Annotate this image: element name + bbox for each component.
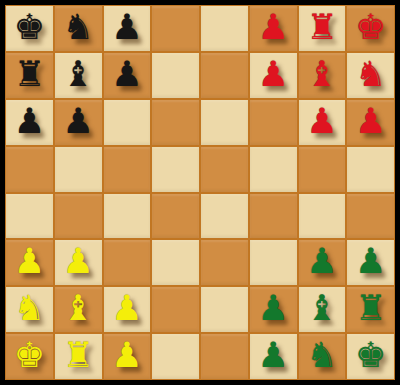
square-g3[interactable]: ♟ — [298, 239, 347, 286]
square-a7[interactable]: ♜ — [5, 52, 54, 99]
square-e2[interactable] — [200, 286, 249, 333]
square-b2[interactable]: ♝ — [54, 286, 103, 333]
yellow-pawn[interactable]: ♟ — [111, 338, 142, 373]
square-b4[interactable] — [54, 193, 103, 240]
board-frame: ♚♞♟♟♜♚♜♝♟♟♝♞♟♟♟♟♟♟♟♟♞♝♟♟♝♜♚♜♟♟♞♚ — [0, 0, 400, 385]
square-e5[interactable] — [200, 146, 249, 193]
square-c4[interactable] — [103, 193, 152, 240]
square-c2[interactable]: ♟ — [103, 286, 152, 333]
square-g6[interactable]: ♟ — [298, 99, 347, 146]
square-d3[interactable] — [151, 239, 200, 286]
square-g2[interactable]: ♝ — [298, 286, 347, 333]
square-e1[interactable] — [200, 333, 249, 380]
square-c8[interactable]: ♟ — [103, 5, 152, 52]
square-e6[interactable] — [200, 99, 249, 146]
square-d2[interactable] — [151, 286, 200, 333]
board: ♚♞♟♟♜♚♜♝♟♟♝♞♟♟♟♟♟♟♟♟♞♝♟♟♝♜♚♜♟♟♞♚ — [5, 5, 395, 380]
black-bishop[interactable]: ♝ — [62, 57, 93, 92]
square-c3[interactable] — [103, 239, 152, 286]
square-g1[interactable]: ♞ — [298, 333, 347, 380]
square-h3[interactable]: ♟ — [346, 239, 395, 286]
red-rook[interactable]: ♜ — [306, 10, 337, 45]
square-a8[interactable]: ♚ — [5, 5, 54, 52]
green-knight[interactable]: ♞ — [306, 338, 337, 373]
red-pawn[interactable]: ♟ — [306, 104, 337, 139]
square-f6[interactable] — [249, 99, 298, 146]
square-c1[interactable]: ♟ — [103, 333, 152, 380]
square-b1[interactable]: ♜ — [54, 333, 103, 380]
green-pawn[interactable]: ♟ — [257, 291, 288, 326]
black-pawn[interactable]: ♟ — [111, 10, 142, 45]
green-pawn[interactable]: ♟ — [306, 244, 337, 279]
green-bishop[interactable]: ♝ — [306, 291, 337, 326]
green-rook[interactable]: ♜ — [355, 291, 386, 326]
yellow-pawn[interactable]: ♟ — [62, 244, 93, 279]
square-f5[interactable] — [249, 146, 298, 193]
square-f8[interactable]: ♟ — [249, 5, 298, 52]
square-g5[interactable] — [298, 146, 347, 193]
red-pawn[interactable]: ♟ — [257, 10, 288, 45]
yellow-rook[interactable]: ♜ — [62, 338, 93, 373]
square-b5[interactable] — [54, 146, 103, 193]
black-pawn[interactable]: ♟ — [14, 104, 45, 139]
red-pawn[interactable]: ♟ — [257, 57, 288, 92]
square-f3[interactable] — [249, 239, 298, 286]
square-a3[interactable]: ♟ — [5, 239, 54, 286]
square-e3[interactable] — [200, 239, 249, 286]
red-bishop[interactable]: ♝ — [306, 57, 337, 92]
square-g8[interactable]: ♜ — [298, 5, 347, 52]
square-a1[interactable]: ♚ — [5, 333, 54, 380]
square-f4[interactable] — [249, 193, 298, 240]
square-c6[interactable] — [103, 99, 152, 146]
square-a2[interactable]: ♞ — [5, 286, 54, 333]
yellow-bishop[interactable]: ♝ — [62, 291, 93, 326]
square-g4[interactable] — [298, 193, 347, 240]
square-b8[interactable]: ♞ — [54, 5, 103, 52]
square-d1[interactable] — [151, 333, 200, 380]
square-d7[interactable] — [151, 52, 200, 99]
square-h1[interactable]: ♚ — [346, 333, 395, 380]
square-d4[interactable] — [151, 193, 200, 240]
square-d8[interactable] — [151, 5, 200, 52]
square-h5[interactable] — [346, 146, 395, 193]
square-b6[interactable]: ♟ — [54, 99, 103, 146]
square-c5[interactable] — [103, 146, 152, 193]
red-king[interactable]: ♚ — [355, 10, 386, 45]
square-a5[interactable] — [5, 146, 54, 193]
square-e4[interactable] — [200, 193, 249, 240]
red-pawn[interactable]: ♟ — [355, 104, 386, 139]
green-pawn[interactable]: ♟ — [355, 244, 386, 279]
square-h7[interactable]: ♞ — [346, 52, 395, 99]
square-g7[interactable]: ♝ — [298, 52, 347, 99]
square-e8[interactable] — [200, 5, 249, 52]
yellow-pawn[interactable]: ♟ — [14, 244, 45, 279]
square-b7[interactable]: ♝ — [54, 52, 103, 99]
square-d6[interactable] — [151, 99, 200, 146]
square-h2[interactable]: ♜ — [346, 286, 395, 333]
square-f2[interactable]: ♟ — [249, 286, 298, 333]
square-f7[interactable]: ♟ — [249, 52, 298, 99]
yellow-knight[interactable]: ♞ — [14, 291, 45, 326]
black-knight[interactable]: ♞ — [62, 10, 93, 45]
yellow-pawn[interactable]: ♟ — [111, 291, 142, 326]
black-king[interactable]: ♚ — [14, 10, 45, 45]
black-pawn[interactable]: ♟ — [111, 57, 142, 92]
green-king[interactable]: ♚ — [355, 338, 386, 373]
square-e7[interactable] — [200, 52, 249, 99]
square-h6[interactable]: ♟ — [346, 99, 395, 146]
square-b3[interactable]: ♟ — [54, 239, 103, 286]
square-a4[interactable] — [5, 193, 54, 240]
green-pawn[interactable]: ♟ — [257, 338, 288, 373]
square-a6[interactable]: ♟ — [5, 99, 54, 146]
black-rook[interactable]: ♜ — [14, 57, 45, 92]
red-knight[interactable]: ♞ — [355, 57, 386, 92]
square-c7[interactable]: ♟ — [103, 52, 152, 99]
black-pawn[interactable]: ♟ — [62, 104, 93, 139]
square-h8[interactable]: ♚ — [346, 5, 395, 52]
square-f1[interactable]: ♟ — [249, 333, 298, 380]
square-h4[interactable] — [346, 193, 395, 240]
square-d5[interactable] — [151, 146, 200, 193]
yellow-king[interactable]: ♚ — [14, 338, 45, 373]
